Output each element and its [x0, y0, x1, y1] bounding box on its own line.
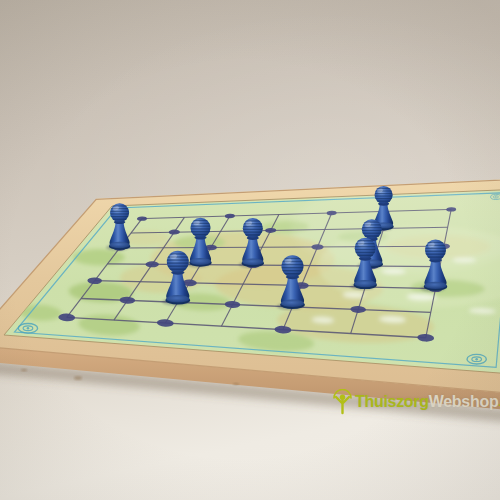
photo-vignette	[0, 0, 500, 500]
product-photo: ThuiszorgWebshop.be	[0, 0, 500, 500]
